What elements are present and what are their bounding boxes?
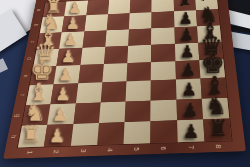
rank-label-2: 2: [48, 140, 64, 163]
square-a4[interactable]: [108, 0, 131, 14]
square-g5[interactable]: [125, 100, 151, 122]
board-scene: ♜♟♟♜♞♟♟♞♝♟♟♝♛♟♟♛♚♟♟♚♝♟♟♝♞♟♟♞♜♟♟♜ 1234567…: [1, 0, 245, 155]
rank-label-7: 7: [184, 136, 198, 160]
black-pawn[interactable]: ♟: [177, 101, 203, 119]
rank-label-8: 8: [211, 135, 226, 159]
rank-label-3: 3: [75, 139, 90, 162]
square-f2[interactable]: ♟: [51, 84, 78, 104]
white-pawn[interactable]: ♟: [62, 15, 84, 31]
square-d3[interactable]: [80, 47, 105, 65]
square-d2[interactable]: ♟: [57, 48, 83, 66]
white-pawn[interactable]: ♟: [59, 31, 82, 47]
black-pawn[interactable]: ♟: [175, 26, 198, 42]
white-pawn[interactable]: ♟: [51, 85, 76, 102]
square-a3[interactable]: [86, 0, 109, 15]
square-b5[interactable]: [129, 12, 152, 29]
square-b3[interactable]: [84, 14, 108, 31]
square-c6[interactable]: [151, 27, 174, 45]
square-g6[interactable]: [151, 99, 177, 121]
square-c5[interactable]: [128, 28, 151, 46]
square-g2[interactable]: ♟: [47, 103, 75, 125]
square-c4[interactable]: [105, 29, 129, 47]
rank-label-6: 6: [157, 137, 170, 161]
square-f5[interactable]: [126, 81, 151, 102]
white-pawn[interactable]: ♟: [47, 105, 73, 123]
square-f6[interactable]: [151, 80, 176, 101]
black-pawn[interactable]: ♟: [174, 10, 197, 26]
square-b4[interactable]: [106, 13, 129, 30]
square-e2[interactable]: ♟: [54, 65, 80, 84]
black-pawn[interactable]: ♟: [175, 43, 199, 60]
square-d4[interactable]: [104, 46, 128, 64]
rank-label-4: 4: [103, 138, 117, 161]
square-f7[interactable]: ♟: [176, 79, 202, 100]
black-pawn[interactable]: ♟: [176, 80, 201, 98]
rank-label-5: 5: [130, 137, 144, 161]
square-f4[interactable]: [100, 82, 126, 102]
square-g3[interactable]: [73, 102, 100, 124]
square-f3[interactable]: [76, 83, 103, 103]
white-pawn[interactable]: ♟: [54, 66, 78, 83]
white-knight[interactable]: ♞: [22, 101, 48, 125]
black-pawn[interactable]: ♟: [175, 61, 200, 78]
chess-board: ♜♟♟♜♞♟♟♞♝♟♟♝♛♟♟♛♚♟♟♚♝♟♟♝♞♟♟♞♜♟♟♜ 1234567…: [3, 0, 246, 159]
photo-chess-scene: ♜♟♟♜♞♟♟♞♝♟♟♝♛♟♟♛♚♟♟♚♝♟♟♝♞♟♟♞♜♟♟♜ 1234567…: [0, 0, 250, 167]
square-d5[interactable]: [127, 45, 151, 63]
square-c3[interactable]: [82, 30, 106, 48]
square-d6[interactable]: [151, 44, 175, 62]
rank-label-1: 1: [22, 141, 39, 164]
square-e6[interactable]: [151, 61, 176, 80]
square-e7[interactable]: ♟: [175, 60, 200, 79]
square-e5[interactable]: [126, 62, 151, 81]
square-e3[interactable]: [78, 64, 104, 83]
square-g7[interactable]: ♟: [176, 98, 203, 120]
square-a5[interactable]: [130, 0, 152, 13]
board-grid: ♜♟♟♜♞♟♟♞♝♟♟♝♛♟♟♛♚♟♟♚♝♟♟♝♞♟♟♞♜♟♟♜: [18, 0, 232, 147]
square-e4[interactable]: [102, 63, 127, 82]
square-g4[interactable]: [99, 101, 126, 123]
white-pawn[interactable]: ♟: [57, 48, 81, 65]
square-b6[interactable]: [151, 11, 174, 28]
